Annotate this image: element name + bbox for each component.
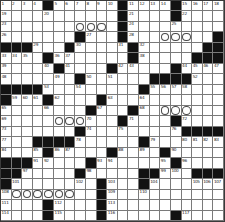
cell-r19-c12[interactable] <box>128 200 139 210</box>
cell-r15-c15[interactable]: 95 <box>160 158 171 168</box>
cell-r19-c17[interactable] <box>182 200 193 210</box>
cell-r6-c13[interactable] <box>139 64 150 74</box>
cell-r13-c2[interactable] <box>22 137 33 147</box>
cell-r7-c13[interactable] <box>139 74 150 84</box>
cell-r12-c13[interactable] <box>139 127 150 137</box>
cell-r11-c19[interactable] <box>203 116 214 126</box>
cell-r3-c4[interactable] <box>43 32 54 42</box>
cell-r2-c7[interactable] <box>75 22 86 32</box>
cell-r0-c9[interactable]: 9 <box>97 1 108 11</box>
cell-r9-c18[interactable] <box>192 95 203 105</box>
cell-r5-c15[interactable] <box>160 53 171 63</box>
cell-r8-c15[interactable]: 56 <box>160 85 171 95</box>
cell-r18-c1[interactable] <box>12 190 23 200</box>
cell-r13-c11[interactable] <box>118 137 129 147</box>
cell-r3-c12[interactable]: 28 <box>128 32 139 42</box>
cell-r19-c10[interactable]: 113 <box>107 200 118 210</box>
cell-r7-c6[interactable] <box>65 74 76 84</box>
cell-r10-c14[interactable] <box>150 106 161 116</box>
cell-r2-c1[interactable] <box>12 22 23 32</box>
cell-r17-c5[interactable] <box>54 179 65 189</box>
cell-r8-c16[interactable]: 57 <box>171 85 182 95</box>
cell-r5-c1[interactable]: 34 <box>12 53 23 63</box>
cell-r4-c13[interactable]: 32 <box>139 43 150 53</box>
cell-r6-c20[interactable]: 47 <box>213 64 224 74</box>
cell-r17-c6[interactable] <box>65 179 76 189</box>
cell-r5-c14[interactable] <box>150 53 161 63</box>
cell-r20-c18[interactable] <box>192 211 203 221</box>
cell-r4-c18[interactable] <box>192 43 203 53</box>
cell-r6-c3[interactable] <box>33 64 44 74</box>
cell-r20-c0[interactable]: 114 <box>1 211 12 221</box>
cell-r1-c4[interactable]: 20 <box>43 11 54 21</box>
cell-r14-c6[interactable]: 87 <box>65 148 76 158</box>
cell-r9-c8[interactable] <box>86 95 97 105</box>
cell-r1-c0[interactable]: 19 <box>1 11 12 21</box>
cell-r17-c18[interactable]: 105 <box>192 179 203 189</box>
cell-r1-c13[interactable] <box>139 11 150 21</box>
cell-r14-c5[interactable]: 86 <box>54 148 65 158</box>
cell-r3-c5[interactable] <box>54 32 65 42</box>
cell-r6-c4[interactable]: 40 <box>43 64 54 74</box>
cell-r17-c14[interactable]: 104 <box>150 179 161 189</box>
cell-r20-c15[interactable] <box>160 211 171 221</box>
cell-r16-c9[interactable] <box>97 169 108 179</box>
cell-r0-c2[interactable]: 3 <box>22 1 33 11</box>
cell-r1-c14[interactable] <box>150 11 161 21</box>
cell-r5-c9[interactable] <box>97 53 108 63</box>
cell-r19-c7[interactable] <box>75 200 86 210</box>
cell-r19-c1[interactable] <box>12 200 23 210</box>
cell-r20-c7[interactable] <box>75 211 86 221</box>
cell-r17-c15[interactable] <box>160 179 171 189</box>
cell-r9-c17[interactable] <box>182 95 193 105</box>
cell-r5-c0[interactable]: 33 <box>1 53 12 63</box>
cell-r20-c12[interactable] <box>128 211 139 221</box>
cell-r5-c5[interactable]: 36 <box>54 53 65 63</box>
cell-r14-c12[interactable] <box>128 148 139 158</box>
cell-r19-c13[interactable] <box>139 200 150 210</box>
cell-r5-c11[interactable] <box>118 53 129 63</box>
cell-r2-c15[interactable] <box>160 22 171 32</box>
cell-r12-c16[interactable]: 76 <box>171 127 182 137</box>
cell-r3-c8[interactable]: 27 <box>86 32 97 42</box>
cell-r15-c5[interactable] <box>54 158 65 168</box>
cell-r17-c20[interactable]: 107 <box>213 179 224 189</box>
cell-r2-c6[interactable] <box>65 22 76 32</box>
cell-r12-c11[interactable]: 75 <box>118 127 129 137</box>
cell-r9-c16[interactable] <box>171 95 182 105</box>
cell-r11-c1[interactable] <box>12 116 23 126</box>
cell-r18-c4[interactable] <box>43 190 54 200</box>
cell-r16-c15[interactable]: 99 <box>160 169 171 179</box>
cell-r14-c11[interactable]: 88 <box>118 148 129 158</box>
cell-r11-c12[interactable]: 71 <box>128 116 139 126</box>
cell-r14-c2[interactable] <box>22 148 33 158</box>
cell-r18-c15[interactable] <box>160 190 171 200</box>
cell-r10-c11[interactable] <box>118 106 129 116</box>
cell-r16-c6[interactable] <box>65 169 76 179</box>
cell-r18-c18[interactable] <box>192 190 203 200</box>
cell-r0-c1[interactable]: 2 <box>12 1 23 11</box>
cell-r14-c8[interactable] <box>86 148 97 158</box>
cell-r5-c13[interactable]: 38 <box>139 53 150 63</box>
cell-r5-c17[interactable] <box>182 53 193 63</box>
cell-r8-c20[interactable] <box>213 85 224 95</box>
cell-r19-c15[interactable] <box>160 200 171 210</box>
cell-r0-c10[interactable]: 10 <box>107 1 118 11</box>
cell-r0-c15[interactable]: 14 <box>160 1 171 11</box>
cell-r4-c11[interactable]: 31 <box>118 43 129 53</box>
cell-r14-c17[interactable] <box>182 148 193 158</box>
cell-r8-c9[interactable] <box>97 85 108 95</box>
cell-r15-c6[interactable] <box>65 158 76 168</box>
cell-r1-c15[interactable] <box>160 11 171 21</box>
cell-r7-c4[interactable] <box>43 74 54 84</box>
cell-r2-c10[interactable] <box>107 22 118 32</box>
cell-r0-c6[interactable]: 6 <box>65 1 76 11</box>
cell-r13-c0[interactable]: 77 <box>1 137 12 147</box>
cell-r4-c14[interactable] <box>150 43 161 53</box>
cell-r14-c3[interactable]: 85 <box>33 148 44 158</box>
cell-r15-c13[interactable] <box>139 158 150 168</box>
cell-r5-c7[interactable] <box>75 53 86 63</box>
cell-r11-c10[interactable] <box>107 116 118 126</box>
cell-r8-c12[interactable] <box>128 85 139 95</box>
cell-r20-c19[interactable] <box>203 211 214 221</box>
cell-r12-c3[interactable] <box>33 127 44 137</box>
cell-r19-c0[interactable]: 111 <box>1 200 12 210</box>
cell-r19-c2[interactable] <box>22 200 33 210</box>
cell-r0-c8[interactable]: 8 <box>86 1 97 11</box>
cell-r11-c8[interactable]: 70 <box>86 116 97 126</box>
cell-r3-c1[interactable] <box>12 32 23 42</box>
cell-r1-c19[interactable] <box>203 11 214 21</box>
cell-r7-c1[interactable] <box>12 74 23 84</box>
cell-r9-c1[interactable]: 59 <box>12 95 23 105</box>
cell-r15-c10[interactable]: 94 <box>107 158 118 168</box>
cell-r20-c8[interactable] <box>86 211 97 221</box>
cell-r19-c19[interactable] <box>203 200 214 210</box>
cell-r11-c14[interactable] <box>150 116 161 126</box>
cell-r8-c5[interactable] <box>54 85 65 95</box>
cell-r12-c0[interactable]: 73 <box>1 127 12 137</box>
cell-r9-c5[interactable]: 62 <box>54 95 65 105</box>
cell-r15-c4[interactable]: 92 <box>43 158 54 168</box>
cell-r0-c20[interactable]: 18 <box>213 1 224 11</box>
cell-r4-c7[interactable]: 30 <box>75 43 86 53</box>
cell-r7-c19[interactable] <box>203 74 214 84</box>
cell-r20-c17[interactable]: 117 <box>182 211 193 221</box>
cell-r16-c4[interactable] <box>43 169 54 179</box>
cell-r6-c18[interactable]: 45 <box>192 64 203 74</box>
cell-r13-c8[interactable] <box>86 137 97 147</box>
cell-r2-c2[interactable] <box>22 22 33 32</box>
cell-r12-c8[interactable]: 74 <box>86 127 97 137</box>
cell-r12-c15[interactable] <box>160 127 171 137</box>
cell-r1-c3[interactable] <box>33 11 44 21</box>
cell-r6-c9[interactable] <box>97 64 108 74</box>
cell-r14-c1[interactable] <box>12 148 23 158</box>
cell-r18-c19[interactable] <box>203 190 214 200</box>
cell-r6-c19[interactable]: 46 <box>203 64 214 74</box>
cell-r4-c15[interactable] <box>160 43 171 53</box>
cell-r0-c19[interactable]: 17 <box>203 1 214 11</box>
cell-r16-c11[interactable] <box>118 169 129 179</box>
cell-r1-c18[interactable] <box>192 11 203 21</box>
cell-r3-c17[interactable] <box>182 32 193 42</box>
cell-r0-c3[interactable]: 4 <box>33 1 44 11</box>
cell-r2-c19[interactable] <box>203 22 214 32</box>
cell-r20-c6[interactable] <box>65 211 76 221</box>
cell-r10-c6[interactable] <box>65 106 76 116</box>
cell-r4-c9[interactable] <box>97 43 108 53</box>
cell-r11-c17[interactable]: 72 <box>182 116 193 126</box>
cell-r10-c10[interactable] <box>107 106 118 116</box>
cell-r7-c3[interactable] <box>33 74 44 84</box>
cell-r10-c4[interactable]: 66 <box>43 106 54 116</box>
cell-r15-c12[interactable] <box>128 158 139 168</box>
cell-r13-c20[interactable]: 83 <box>213 137 224 147</box>
cell-r3-c6[interactable] <box>65 32 76 42</box>
cell-r16-c2[interactable]: 97 <box>22 169 33 179</box>
cell-r3-c18[interactable] <box>192 32 203 42</box>
cell-r16-c16[interactable]: 100 <box>171 169 182 179</box>
cell-r8-c4[interactable]: 53 <box>43 85 54 95</box>
cell-r11-c13[interactable] <box>139 116 150 126</box>
cell-r18-c6[interactable] <box>65 190 76 200</box>
cell-r16-c3[interactable] <box>33 169 44 179</box>
cell-r17-c16[interactable] <box>171 179 182 189</box>
cell-r5-c2[interactable]: 35 <box>22 53 33 63</box>
cell-r3-c13[interactable] <box>139 32 150 42</box>
cell-r10-c13[interactable]: 68 <box>139 106 150 116</box>
cell-r10-c0[interactable]: 65 <box>1 106 12 116</box>
cell-r14-c14[interactable] <box>150 148 161 158</box>
cell-r2-c5[interactable] <box>54 22 65 32</box>
cell-r14-c7[interactable] <box>75 148 86 158</box>
cell-r6-c12[interactable]: 43 <box>128 64 139 74</box>
cell-r4-c8[interactable] <box>86 43 97 53</box>
cell-r11-c7[interactable] <box>75 116 86 126</box>
cell-r19-c20[interactable] <box>213 200 224 210</box>
cell-r6-c14[interactable] <box>150 64 161 74</box>
cell-r7-c2[interactable] <box>22 74 33 84</box>
cell-r1-c10[interactable] <box>107 11 118 21</box>
cell-r10-c20[interactable] <box>213 106 224 116</box>
cell-r20-c13[interactable] <box>139 211 150 221</box>
cell-r16-c5[interactable] <box>54 169 65 179</box>
cell-r18-c7[interactable] <box>75 190 86 200</box>
cell-r8-c8[interactable] <box>86 85 97 95</box>
cell-r0-c0[interactable]: 1 <box>1 1 12 11</box>
cell-r5-c10[interactable] <box>107 53 118 63</box>
cell-r3-c0[interactable]: 26 <box>1 32 12 42</box>
cell-r5-c6[interactable]: 37 <box>65 53 76 63</box>
cell-r12-c1[interactable] <box>12 127 23 137</box>
cell-r10-c2[interactable] <box>22 106 33 116</box>
cell-r7-c18[interactable]: 52 <box>192 74 203 84</box>
cell-r4-c17[interactable] <box>182 43 193 53</box>
cell-r10-c3[interactable] <box>33 106 44 116</box>
cell-r15-c19[interactable] <box>203 158 214 168</box>
cell-r2-c13[interactable] <box>139 22 150 32</box>
cell-r5-c8[interactable] <box>86 53 97 63</box>
cell-r20-c2[interactable] <box>22 211 33 221</box>
cell-r9-c12[interactable] <box>128 95 139 105</box>
cell-r19-c14[interactable] <box>150 200 161 210</box>
cell-r14-c9[interactable] <box>97 148 108 158</box>
cell-r18-c5[interactable] <box>54 190 65 200</box>
cell-r17-c12[interactable] <box>128 179 139 189</box>
cell-r1-c1[interactable] <box>12 11 23 21</box>
cell-r20-c20[interactable] <box>213 211 224 221</box>
cell-r2-c3[interactable] <box>33 22 44 32</box>
cell-r11-c2[interactable] <box>22 116 33 126</box>
cell-r12-c10[interactable] <box>107 127 118 137</box>
cell-r7-c5[interactable]: 49 <box>54 74 65 84</box>
cell-r5-c3[interactable] <box>33 53 44 63</box>
cell-r2-c18[interactable] <box>192 22 203 32</box>
cell-r16-c17[interactable] <box>182 169 193 179</box>
cell-r6-c7[interactable] <box>75 64 86 74</box>
cell-r0-c14[interactable]: 13 <box>150 1 161 11</box>
cell-r10-c15[interactable] <box>160 106 171 116</box>
cell-r0-c7[interactable]: 7 <box>75 1 86 11</box>
cell-r17-c3[interactable] <box>33 179 44 189</box>
cell-r11-c9[interactable] <box>97 116 108 126</box>
cell-r14-c18[interactable] <box>192 148 203 158</box>
cell-r15-c20[interactable] <box>213 158 224 168</box>
cell-r17-c2[interactable] <box>22 179 33 189</box>
cell-r2-c14[interactable] <box>150 22 161 32</box>
cell-r18-c3[interactable] <box>33 190 44 200</box>
cell-r6-c17[interactable]: 44 <box>182 64 193 74</box>
cell-r18-c14[interactable] <box>150 190 161 200</box>
cell-r6-c15[interactable] <box>160 64 171 74</box>
cell-r8-c17[interactable]: 58 <box>182 85 193 95</box>
cell-r3-c2[interactable] <box>22 32 33 42</box>
cell-r9-c20[interactable] <box>213 95 224 105</box>
cell-r18-c8[interactable] <box>86 190 97 200</box>
cell-r18-c0[interactable]: 108 <box>1 190 12 200</box>
cell-r11-c3[interactable] <box>33 116 44 126</box>
cell-r4-c5[interactable] <box>54 43 65 53</box>
cell-r11-c4[interactable] <box>43 116 54 126</box>
cell-r19-c6[interactable] <box>65 200 76 210</box>
cell-r11-c20[interactable] <box>213 116 224 126</box>
cell-r0-c5[interactable]: 5 <box>54 1 65 11</box>
cell-r14-c13[interactable]: 89 <box>139 148 150 158</box>
cell-r4-c3[interactable]: 29 <box>33 43 44 53</box>
cell-r3-c14[interactable] <box>150 32 161 42</box>
cell-r9-c6[interactable] <box>65 95 76 105</box>
cell-r4-c16[interactable] <box>171 43 182 53</box>
cell-r7-c8[interactable]: 50 <box>86 74 97 84</box>
cell-r3-c10[interactable] <box>107 32 118 42</box>
cell-r1-c2[interactable] <box>22 11 33 21</box>
cell-r12-c14[interactable] <box>150 127 161 137</box>
cell-r6-c2[interactable] <box>22 64 33 74</box>
cell-r17-c10[interactable]: 103 <box>107 179 118 189</box>
cell-r13-c10[interactable] <box>107 137 118 147</box>
cell-r0-c13[interactable]: 12 <box>139 1 150 11</box>
cell-r5-c16[interactable] <box>171 53 182 63</box>
cell-r7-c10[interactable]: 51 <box>107 74 118 84</box>
cell-r1-c12[interactable]: 21 <box>128 11 139 21</box>
cell-r2-c16[interactable]: 25 <box>171 22 182 32</box>
cell-r6-c8[interactable] <box>86 64 97 74</box>
cell-r6-c0[interactable]: 39 <box>1 64 12 74</box>
cell-r10-c19[interactable] <box>203 106 214 116</box>
cell-r13-c15[interactable] <box>160 137 171 147</box>
cell-r9-c15[interactable] <box>160 95 171 105</box>
cell-r13-c18[interactable]: 81 <box>192 137 203 147</box>
cell-r18-c10[interactable]: 109 <box>107 190 118 200</box>
cell-r20-c3[interactable] <box>33 211 44 221</box>
cell-r18-c17[interactable] <box>182 190 193 200</box>
cell-r7-c11[interactable] <box>118 74 129 84</box>
cell-r3-c15[interactable] <box>160 32 171 42</box>
cell-r0-c17[interactable]: 15 <box>182 1 193 11</box>
cell-r13-c17[interactable]: 80 <box>182 137 193 147</box>
cell-r8-c18[interactable] <box>192 85 203 95</box>
cell-r20-c10[interactable]: 116 <box>107 211 118 221</box>
cell-r7-c9[interactable] <box>97 74 108 84</box>
cell-r14-c19[interactable] <box>203 148 214 158</box>
cell-r19-c11[interactable] <box>118 200 129 210</box>
cell-r20-c11[interactable] <box>118 211 129 221</box>
cell-r12-c2[interactable] <box>22 127 33 137</box>
cell-r9-c11[interactable] <box>118 95 129 105</box>
cell-r6-c11[interactable]: 42 <box>118 64 129 74</box>
cell-r7-c0[interactable]: 48 <box>1 74 12 84</box>
cell-r9-c10[interactable]: 63 <box>107 95 118 105</box>
cell-r10-c7[interactable] <box>75 106 86 116</box>
cell-r17-c17[interactable] <box>182 179 193 189</box>
cell-r13-c9[interactable] <box>97 137 108 147</box>
cell-r11-c15[interactable] <box>160 116 171 126</box>
cell-r9-c13[interactable]: 64 <box>139 95 150 105</box>
cell-r16-c12[interactable] <box>128 169 139 179</box>
cell-r15-c3[interactable]: 91 <box>33 158 44 168</box>
cell-r10-c17[interactable] <box>182 106 193 116</box>
cell-r15-c18[interactable] <box>192 158 203 168</box>
cell-r12-c4[interactable] <box>43 127 54 137</box>
cell-r9-c7[interactable] <box>75 95 86 105</box>
cell-r20-c14[interactable] <box>150 211 161 221</box>
cell-r0-c12[interactable]: 11 <box>128 1 139 11</box>
cell-r18-c11[interactable] <box>118 190 129 200</box>
cell-r1-c9[interactable] <box>97 11 108 21</box>
cell-r7-c12[interactable] <box>128 74 139 84</box>
cell-r4-c10[interactable] <box>107 43 118 53</box>
cell-r2-c9[interactable] <box>97 22 108 32</box>
cell-r11-c0[interactable]: 69 <box>1 116 12 126</box>
cell-r14-c0[interactable]: 84 <box>1 148 12 158</box>
cell-r0-c18[interactable]: 16 <box>192 1 203 11</box>
cell-r17-c8[interactable] <box>86 179 97 189</box>
cell-r17-c7[interactable]: 102 <box>75 179 86 189</box>
cell-r17-c19[interactable]: 106 <box>203 179 214 189</box>
cell-r11-c5[interactable] <box>54 116 65 126</box>
cell-r17-c4[interactable] <box>43 179 54 189</box>
cell-r2-c12[interactable]: 24 <box>128 22 139 32</box>
cell-r4-c4[interactable] <box>43 43 54 53</box>
cell-r1-c8[interactable] <box>86 11 97 21</box>
cell-r19-c16[interactable] <box>171 200 182 210</box>
cell-r10-c5[interactable] <box>54 106 65 116</box>
